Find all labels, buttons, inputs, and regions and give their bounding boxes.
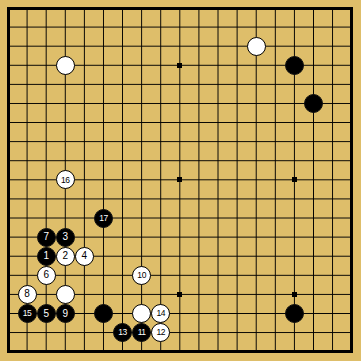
stone-white-6: 6 (37, 266, 56, 285)
stone-black-9: 9 (56, 304, 75, 323)
stone-move-number: 1 (43, 251, 49, 261)
star-point (177, 177, 182, 182)
stone-move-number: 5 (43, 309, 49, 319)
stone-black-7: 7 (37, 228, 56, 247)
stone-move-number: 3 (63, 232, 69, 242)
stone-black (304, 94, 323, 113)
stone-white-16: 16 (56, 170, 75, 189)
stone-black-1: 1 (37, 247, 56, 266)
star-point (177, 292, 182, 297)
stone-move-number: 2 (63, 251, 69, 261)
stone-black-5: 5 (37, 304, 56, 323)
stone-white (56, 56, 75, 75)
stone-move-number: 10 (137, 271, 146, 280)
stone-black-11: 11 (132, 323, 151, 342)
stone-white-4: 4 (75, 247, 94, 266)
go-board: 1617731246108155914131112 (0, 0, 361, 361)
stone-move-number: 4 (82, 251, 88, 261)
stone-move-number: 15 (23, 309, 32, 318)
stone-black-13: 13 (113, 323, 132, 342)
star-point (177, 63, 182, 68)
stone-move-number: 14 (156, 309, 165, 318)
stone-move-number: 8 (24, 289, 30, 299)
stone-move-number: 12 (156, 328, 165, 337)
stone-move-number: 9 (63, 309, 69, 319)
stone-white-10: 10 (132, 266, 151, 285)
stone-black (285, 56, 304, 75)
stone-move-number: 6 (43, 270, 49, 280)
star-point (292, 292, 297, 297)
stone-black-17: 17 (94, 209, 113, 228)
stone-move-number: 7 (43, 232, 49, 242)
stone-black (94, 304, 113, 323)
stone-white-8: 8 (18, 285, 37, 304)
star-point (292, 177, 297, 182)
stone-move-number: 13 (118, 328, 127, 337)
stone-black-3: 3 (56, 228, 75, 247)
stone-white-2: 2 (56, 247, 75, 266)
stone-grid: 1617731246108155914131112 (0, 0, 361, 361)
stone-white (247, 37, 266, 56)
stone-white-14: 14 (151, 304, 170, 323)
stone-move-number: 11 (138, 328, 146, 337)
stone-black (285, 304, 304, 323)
stone-move-number: 16 (61, 176, 70, 185)
stone-white (132, 304, 151, 323)
stone-move-number: 17 (99, 214, 108, 223)
stone-white (56, 285, 75, 304)
stone-white-12: 12 (151, 323, 170, 342)
stone-black-15: 15 (18, 304, 37, 323)
